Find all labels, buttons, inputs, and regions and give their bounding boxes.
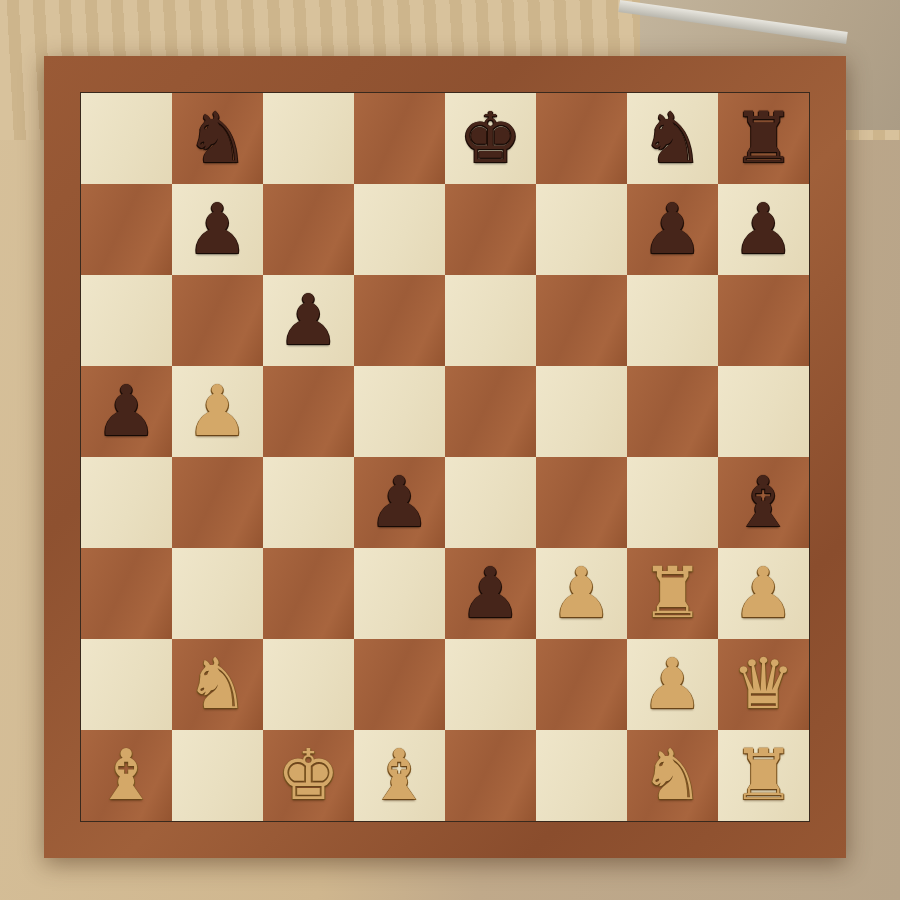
piece-white-rook[interactable]: ♜ <box>732 730 795 821</box>
board-square[interactable]: ♝ <box>718 457 809 548</box>
board-square[interactable] <box>81 93 172 184</box>
board-square[interactable]: ♟ <box>263 275 354 366</box>
board-square[interactable]: ♝ <box>354 730 445 821</box>
board-square[interactable] <box>536 184 627 275</box>
board-square[interactable] <box>627 366 718 457</box>
board-square[interactable] <box>354 366 445 457</box>
board-square[interactable] <box>172 730 263 821</box>
board-square[interactable]: ♞ <box>172 639 263 730</box>
board-square[interactable]: ♚ <box>445 93 536 184</box>
board-square[interactable] <box>263 93 354 184</box>
piece-white-queen[interactable]: ♛ <box>732 639 795 730</box>
board-square[interactable] <box>354 93 445 184</box>
board-square[interactable]: ♟ <box>172 184 263 275</box>
board-square[interactable] <box>627 457 718 548</box>
board-square[interactable] <box>536 93 627 184</box>
board-square[interactable]: ♚ <box>263 730 354 821</box>
piece-black-bishop[interactable]: ♝ <box>732 457 795 548</box>
board-square[interactable]: ♟ <box>718 184 809 275</box>
piece-white-pawn[interactable]: ♟ <box>732 548 795 639</box>
piece-black-knight[interactable]: ♞ <box>186 93 249 184</box>
playing-area: ♞♚♞♜♟♟♟♟♟♟♟♝♟♟♜♟♞♟♛♝♚♝♞♜ <box>80 92 810 822</box>
board-square[interactable]: ♜ <box>718 730 809 821</box>
board-square[interactable]: ♛ <box>718 639 809 730</box>
board-frame: ♞♚♞♜♟♟♟♟♟♟♟♝♟♟♜♟♞♟♛♝♚♝♞♜ <box>44 56 846 858</box>
board-square[interactable]: ♞ <box>172 93 263 184</box>
piece-white-knight[interactable]: ♞ <box>641 730 704 821</box>
board-square[interactable] <box>536 457 627 548</box>
board-square[interactable] <box>718 366 809 457</box>
board-square[interactable] <box>172 457 263 548</box>
board-square[interactable]: ♟ <box>81 366 172 457</box>
board-square[interactable] <box>536 730 627 821</box>
board-square[interactable] <box>354 184 445 275</box>
piece-black-pawn[interactable]: ♟ <box>95 366 158 457</box>
board-square[interactable] <box>536 366 627 457</box>
board-square[interactable] <box>445 730 536 821</box>
board-square[interactable] <box>263 366 354 457</box>
board-square[interactable] <box>172 548 263 639</box>
board-square[interactable]: ♟ <box>445 548 536 639</box>
board-square[interactable] <box>354 639 445 730</box>
board-square[interactable]: ♞ <box>627 730 718 821</box>
board-square[interactable] <box>445 275 536 366</box>
piece-white-bishop[interactable]: ♝ <box>95 730 158 821</box>
piece-black-pawn[interactable]: ♟ <box>277 275 340 366</box>
board-square[interactable] <box>81 184 172 275</box>
piece-white-pawn[interactable]: ♟ <box>641 639 704 730</box>
board-square[interactable] <box>445 366 536 457</box>
piece-white-king[interactable]: ♚ <box>277 730 340 821</box>
piece-black-king[interactable]: ♚ <box>459 93 522 184</box>
board-square[interactable]: ♟ <box>627 639 718 730</box>
board-square[interactable] <box>263 457 354 548</box>
board-square[interactable]: ♟ <box>172 366 263 457</box>
board-square[interactable] <box>445 457 536 548</box>
board-square[interactable]: ♟ <box>536 548 627 639</box>
piece-white-pawn[interactable]: ♟ <box>186 366 249 457</box>
board-square[interactable]: ♟ <box>627 184 718 275</box>
board-square[interactable] <box>536 275 627 366</box>
board-square[interactable] <box>172 275 263 366</box>
board-square[interactable]: ♟ <box>354 457 445 548</box>
piece-white-pawn[interactable]: ♟ <box>550 548 613 639</box>
board-square[interactable] <box>81 275 172 366</box>
board-square[interactable] <box>81 548 172 639</box>
piece-white-knight[interactable]: ♞ <box>186 639 249 730</box>
board-square[interactable]: ♝ <box>81 730 172 821</box>
chess-board: ♞♚♞♜♟♟♟♟♟♟♟♝♟♟♜♟♞♟♛♝♚♝♞♜ <box>81 93 809 821</box>
board-square[interactable] <box>263 548 354 639</box>
piece-black-pawn[interactable]: ♟ <box>186 184 249 275</box>
board-square[interactable]: ♜ <box>627 548 718 639</box>
board-square[interactable] <box>81 457 172 548</box>
piece-white-bishop[interactable]: ♝ <box>368 730 431 821</box>
piece-black-rook[interactable]: ♜ <box>732 93 795 184</box>
board-square[interactable] <box>627 275 718 366</box>
piece-black-pawn[interactable]: ♟ <box>641 184 704 275</box>
piece-black-pawn[interactable]: ♟ <box>732 184 795 275</box>
piece-black-pawn[interactable]: ♟ <box>459 548 522 639</box>
board-square[interactable] <box>718 275 809 366</box>
board-square[interactable] <box>263 639 354 730</box>
board-square[interactable]: ♜ <box>718 93 809 184</box>
board-square[interactable] <box>263 184 354 275</box>
board-square[interactable] <box>81 639 172 730</box>
board-square[interactable]: ♟ <box>718 548 809 639</box>
piece-black-pawn[interactable]: ♟ <box>368 457 431 548</box>
board-square[interactable]: ♞ <box>627 93 718 184</box>
board-square[interactable] <box>536 639 627 730</box>
board-square[interactable] <box>445 184 536 275</box>
board-square[interactable] <box>354 275 445 366</box>
board-square[interactable] <box>354 548 445 639</box>
piece-black-knight[interactable]: ♞ <box>641 93 704 184</box>
board-square[interactable] <box>445 639 536 730</box>
piece-white-rook[interactable]: ♜ <box>641 548 704 639</box>
